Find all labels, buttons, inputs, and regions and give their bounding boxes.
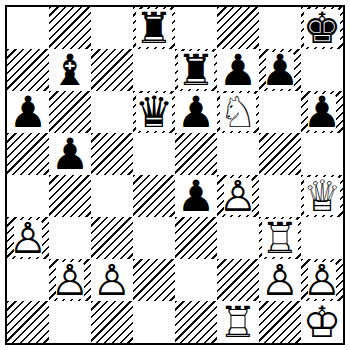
square-c3[interactable] bbox=[91, 217, 133, 259]
chess-board: ♜♚♝♜♟♟♟♛♟♘♟♟♟♙♕♙♖♙♙♙♙♖♔ bbox=[7, 7, 343, 343]
square-a3[interactable]: ♙ bbox=[7, 217, 49, 259]
square-d4[interactable] bbox=[133, 175, 175, 217]
square-c1[interactable] bbox=[91, 301, 133, 343]
black-pawn: ♟ bbox=[9, 91, 48, 133]
square-f5[interactable] bbox=[217, 133, 259, 175]
square-a7[interactable] bbox=[7, 49, 49, 91]
square-e1[interactable] bbox=[175, 301, 217, 343]
square-e8[interactable] bbox=[175, 7, 217, 49]
white-rook: ♖ bbox=[219, 301, 258, 343]
square-h7[interactable] bbox=[301, 49, 343, 91]
white-pawn: ♙ bbox=[93, 259, 132, 301]
square-g6[interactable] bbox=[259, 91, 301, 133]
square-d7[interactable] bbox=[133, 49, 175, 91]
white-knight: ♘ bbox=[219, 91, 258, 133]
square-d1[interactable] bbox=[133, 301, 175, 343]
black-pawn: ♟ bbox=[261, 49, 300, 91]
square-c8[interactable] bbox=[91, 7, 133, 49]
square-d2[interactable] bbox=[133, 259, 175, 301]
white-pawn: ♙ bbox=[9, 217, 48, 259]
white-pawn: ♙ bbox=[261, 259, 300, 301]
black-bishop: ♝ bbox=[51, 49, 90, 91]
square-f6[interactable]: ♘ bbox=[217, 91, 259, 133]
black-king: ♚ bbox=[303, 7, 342, 49]
square-h6[interactable]: ♟ bbox=[301, 91, 343, 133]
white-king: ♔ bbox=[303, 301, 342, 343]
square-c6[interactable] bbox=[91, 91, 133, 133]
square-b2[interactable]: ♙ bbox=[49, 259, 91, 301]
black-rook: ♜ bbox=[135, 7, 174, 49]
square-g1[interactable] bbox=[259, 301, 301, 343]
square-e5[interactable] bbox=[175, 133, 217, 175]
square-h8[interactable]: ♚ bbox=[301, 7, 343, 49]
square-h1[interactable]: ♔ bbox=[301, 301, 343, 343]
square-e2[interactable] bbox=[175, 259, 217, 301]
black-pawn: ♟ bbox=[177, 91, 216, 133]
white-rook: ♖ bbox=[261, 217, 300, 259]
square-a5[interactable] bbox=[7, 133, 49, 175]
square-a6[interactable]: ♟ bbox=[7, 91, 49, 133]
white-queen: ♕ bbox=[303, 175, 342, 217]
square-h3[interactable] bbox=[301, 217, 343, 259]
square-b5[interactable]: ♟ bbox=[49, 133, 91, 175]
black-queen: ♛ bbox=[135, 91, 174, 133]
black-pawn: ♟ bbox=[303, 91, 342, 133]
square-b3[interactable] bbox=[49, 217, 91, 259]
white-pawn: ♙ bbox=[51, 259, 90, 301]
white-pawn: ♙ bbox=[219, 175, 258, 217]
square-h4[interactable]: ♕ bbox=[301, 175, 343, 217]
black-pawn: ♟ bbox=[51, 133, 90, 175]
square-h2[interactable]: ♙ bbox=[301, 259, 343, 301]
square-e4[interactable]: ♟ bbox=[175, 175, 217, 217]
black-pawn: ♟ bbox=[177, 175, 216, 217]
black-rook: ♜ bbox=[177, 49, 216, 91]
square-g2[interactable]: ♙ bbox=[259, 259, 301, 301]
square-c2[interactable]: ♙ bbox=[91, 259, 133, 301]
square-b1[interactable] bbox=[49, 301, 91, 343]
square-f2[interactable] bbox=[217, 259, 259, 301]
square-b4[interactable] bbox=[49, 175, 91, 217]
square-a1[interactable] bbox=[7, 301, 49, 343]
square-g8[interactable] bbox=[259, 7, 301, 49]
square-a2[interactable] bbox=[7, 259, 49, 301]
square-h5[interactable] bbox=[301, 133, 343, 175]
square-f1[interactable]: ♖ bbox=[217, 301, 259, 343]
square-b8[interactable] bbox=[49, 7, 91, 49]
square-c4[interactable] bbox=[91, 175, 133, 217]
square-b6[interactable] bbox=[49, 91, 91, 133]
square-g3[interactable]: ♖ bbox=[259, 217, 301, 259]
square-g4[interactable] bbox=[259, 175, 301, 217]
chess-diagram-page: ♜♚♝♜♟♟♟♛♟♘♟♟♟♙♕♙♖♙♙♙♙♖♔ bbox=[0, 0, 350, 350]
board-frame: ♜♚♝♜♟♟♟♛♟♘♟♟♟♙♕♙♖♙♙♙♙♖♔ bbox=[5, 5, 345, 345]
square-d6[interactable]: ♛ bbox=[133, 91, 175, 133]
square-e3[interactable] bbox=[175, 217, 217, 259]
white-pawn: ♙ bbox=[303, 259, 342, 301]
square-g7[interactable]: ♟ bbox=[259, 49, 301, 91]
square-f7[interactable]: ♟ bbox=[217, 49, 259, 91]
black-pawn: ♟ bbox=[219, 49, 258, 91]
square-d8[interactable]: ♜ bbox=[133, 7, 175, 49]
square-a8[interactable] bbox=[7, 7, 49, 49]
square-e6[interactable]: ♟ bbox=[175, 91, 217, 133]
square-d3[interactable] bbox=[133, 217, 175, 259]
square-f8[interactable] bbox=[217, 7, 259, 49]
square-c5[interactable] bbox=[91, 133, 133, 175]
square-c7[interactable] bbox=[91, 49, 133, 91]
square-f4[interactable]: ♙ bbox=[217, 175, 259, 217]
square-a4[interactable] bbox=[7, 175, 49, 217]
square-d5[interactable] bbox=[133, 133, 175, 175]
square-b7[interactable]: ♝ bbox=[49, 49, 91, 91]
square-f3[interactable] bbox=[217, 217, 259, 259]
square-e7[interactable]: ♜ bbox=[175, 49, 217, 91]
square-g5[interactable] bbox=[259, 133, 301, 175]
